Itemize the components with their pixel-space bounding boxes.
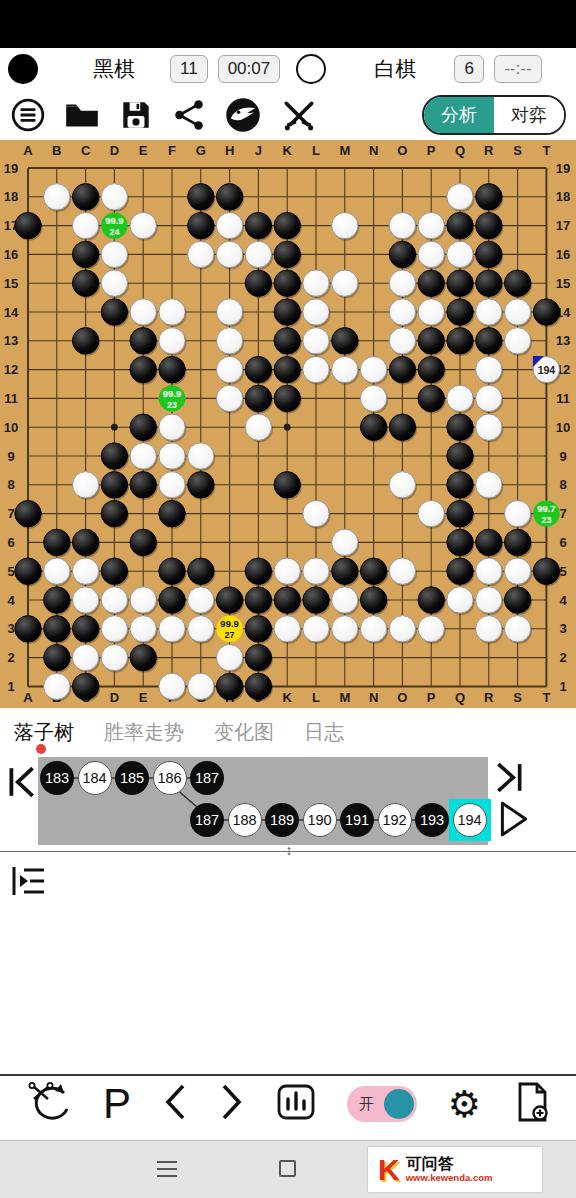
white-stone: [418, 212, 444, 238]
black-stone: [130, 356, 156, 382]
settings-gear-icon[interactable]: ⚙: [448, 1086, 481, 1123]
next-move-icon[interactable]: [219, 1082, 245, 1126]
white-stone: [101, 616, 127, 642]
black-stone: [389, 414, 415, 440]
black-stone: [447, 472, 473, 498]
coordinate-label: 1: [7, 679, 14, 694]
black-stone: [274, 328, 300, 354]
black-stone: [72, 184, 98, 210]
nav-menu-icon[interactable]: [155, 1158, 179, 1184]
black-stone: [72, 328, 98, 354]
black-stone: [476, 529, 502, 555]
white-stone: [130, 443, 156, 469]
move-tree-panel[interactable]: 183184185186187187188189190191192193194: [38, 757, 488, 845]
tree-node-188[interactable]: 188: [228, 803, 262, 837]
suggestion-visits: 23: [167, 400, 177, 410]
black-stone: [504, 270, 530, 296]
coordinate-label: J: [255, 143, 262, 158]
coordinate-label: D: [110, 143, 119, 158]
watermark-text: 可问答 www.kewenda.com: [406, 1155, 493, 1184]
white-stone: [332, 587, 358, 613]
coordinate-label: F: [168, 143, 176, 158]
tree-node-187[interactable]: 187: [190, 761, 224, 795]
white-stone: [72, 212, 98, 238]
white-stone: [101, 587, 127, 613]
white-stone: [159, 299, 185, 325]
white-stone: [101, 241, 127, 267]
white-stone: [303, 500, 329, 526]
white-stone: [418, 241, 444, 267]
white-stone: [389, 558, 415, 584]
suggestion-winrate: 99.9: [163, 388, 182, 399]
coordinate-label: K: [283, 690, 293, 705]
black-stone: [274, 385, 300, 411]
white-stone: [159, 414, 185, 440]
black-stone: [130, 472, 156, 498]
white-stone: [504, 328, 530, 354]
white-stone: [274, 616, 300, 642]
black-player-label: 黑棋: [93, 55, 135, 83]
white-stone: [130, 212, 156, 238]
black-stone: [188, 472, 214, 498]
coordinate-label: T: [542, 690, 550, 705]
main-toolbar: 分析 对弈: [0, 90, 576, 140]
tree-node-193[interactable]: 193: [415, 803, 449, 837]
white-stone: [504, 500, 530, 526]
black-stone: [130, 328, 156, 354]
tree-node-187[interactable]: 187: [190, 803, 224, 837]
coordinate-label: 11: [556, 391, 570, 406]
coordinate-label: M: [339, 690, 350, 705]
tree-node-192[interactable]: 192: [378, 803, 412, 837]
white-stone: [101, 270, 127, 296]
tree-node-191[interactable]: 191: [340, 803, 374, 837]
coordinate-label: 10: [556, 420, 570, 435]
white-stone: [101, 644, 127, 670]
white-stone: [101, 184, 127, 210]
white-stone: [504, 299, 530, 325]
black-stone: [245, 587, 271, 613]
black-stone: [15, 616, 41, 642]
white-stone: [245, 241, 271, 267]
black-stone: [101, 472, 127, 498]
coordinate-label: P: [427, 143, 436, 158]
black-stone: [216, 184, 242, 210]
tree-node-186[interactable]: 186: [153, 761, 187, 795]
black-stone: [418, 328, 444, 354]
white-stone: [188, 241, 214, 267]
coordinate-label: 6: [7, 535, 14, 550]
white-stone: [418, 616, 444, 642]
coordinate-label: H: [225, 143, 234, 158]
black-stone: [303, 587, 329, 613]
black-stone: [130, 414, 156, 440]
black-stone: [476, 212, 502, 238]
analysis-chart-icon[interactable]: [276, 1082, 316, 1126]
engine-eagle-icon[interactable]: [224, 96, 262, 134]
white-stone: [476, 558, 502, 584]
white-stone: [245, 414, 271, 440]
ai-toggle-switch[interactable]: 开: [347, 1086, 417, 1122]
bottom-toolbar: P 开 ⚙: [0, 1074, 576, 1132]
coordinate-label: 15: [4, 276, 18, 291]
black-stone: [274, 472, 300, 498]
black-stone: [44, 529, 70, 555]
toggle-on-label: 开: [359, 1095, 374, 1114]
white-stone: [447, 385, 473, 411]
white-stone: [72, 472, 98, 498]
coordinate-label: E: [139, 143, 148, 158]
white-stone: [418, 500, 444, 526]
black-stone: [245, 644, 271, 670]
analysis-tabs: 落子树胜率走势变化图日志: [0, 708, 576, 756]
black-stone: [476, 328, 502, 354]
watermark-badge: K 可问答 www.kewenda.com: [368, 1147, 542, 1192]
white-stone: [360, 616, 386, 642]
white-stone: [130, 616, 156, 642]
black-stone: [447, 212, 473, 238]
black-stone: [15, 212, 41, 238]
black-stone: [447, 529, 473, 555]
save-icon[interactable]: [118, 97, 154, 133]
white-stone: [216, 644, 242, 670]
coordinate-label: 19: [4, 161, 18, 176]
white-stone: [447, 184, 473, 210]
coordinate-label: E: [139, 690, 148, 705]
open-file-icon[interactable]: [63, 97, 101, 133]
black-stone: [245, 385, 271, 411]
white-stone: [389, 472, 415, 498]
black-stone: [418, 270, 444, 296]
coordinate-label: 3: [7, 621, 14, 636]
coordinate-label: S: [513, 690, 522, 705]
coordinate-label: S: [513, 143, 522, 158]
black-stone: [332, 328, 358, 354]
black-stone: [504, 529, 530, 555]
white-stone: [303, 299, 329, 325]
black-stone: [101, 299, 127, 325]
white-stone: [44, 673, 70, 699]
black-stone: [245, 616, 271, 642]
coordinate-label: 15: [556, 276, 570, 291]
black-stone: [101, 443, 127, 469]
white-stone: [447, 587, 473, 613]
star-point: [111, 424, 118, 431]
black-stone: [44, 587, 70, 613]
black-stone: [447, 414, 473, 440]
coordinate-label: 19: [556, 161, 570, 176]
white-stone: [476, 587, 502, 613]
black-stone: [245, 212, 271, 238]
coordinate-label: 18: [556, 189, 570, 204]
coordinate-label: R: [484, 143, 494, 158]
white-stone: [130, 299, 156, 325]
tree-node-185[interactable]: 185: [115, 761, 149, 795]
tree-node-189[interactable]: 189: [265, 803, 299, 837]
coordinate-label: O: [397, 690, 407, 705]
white-stone: [476, 356, 502, 382]
tab-4[interactable]: 日志: [304, 719, 344, 746]
notification-dot: [36, 744, 46, 754]
share-icon[interactable]: [171, 97, 207, 133]
suggestion-winrate: 99.7: [537, 503, 556, 514]
coordinate-label: 7: [559, 506, 566, 521]
coordinate-label: N: [369, 690, 378, 705]
white-stone: [360, 385, 386, 411]
black-stone: [159, 356, 185, 382]
white-stone: [44, 184, 70, 210]
tree-node-194[interactable]: 194: [453, 803, 487, 837]
coordinate-label: 13: [4, 333, 18, 348]
white-stone: [188, 587, 214, 613]
black-stone: [274, 587, 300, 613]
white-captures-badge: 6: [454, 55, 484, 83]
black-stone: [447, 558, 473, 584]
black-stone: [332, 558, 358, 584]
black-stone: [360, 414, 386, 440]
white-stone: [303, 558, 329, 584]
coordinate-label: 6: [559, 535, 566, 550]
coordinate-label: 12: [4, 362, 18, 377]
coordinate-label: D: [110, 690, 119, 705]
white-stone: [130, 587, 156, 613]
app-screen: 黑棋 11 00:07 白棋 6 --:-- 分析 对弈 AABBCCDDE: [0, 0, 576, 1198]
black-stone: [101, 558, 127, 584]
black-stone: [159, 587, 185, 613]
black-stone: [245, 356, 271, 382]
coordinate-label: Q: [455, 143, 465, 158]
coordinate-label: 2: [559, 650, 566, 665]
black-time-badge: 00:07: [218, 55, 281, 83]
coordinate-label: R: [484, 690, 494, 705]
coordinate-label: 9: [559, 449, 566, 464]
tab-analysis[interactable]: 分析: [424, 97, 494, 133]
coordinate-label: T: [542, 143, 550, 158]
black-stone: [159, 558, 185, 584]
white-stone: [303, 328, 329, 354]
pass-button[interactable]: P: [103, 1083, 131, 1125]
coordinate-label: 5: [7, 564, 14, 579]
black-stone: [274, 212, 300, 238]
coordinate-label: G: [196, 143, 206, 158]
white-player-label: 白棋: [374, 55, 416, 83]
white-stone: [332, 356, 358, 382]
coordinate-label: 17: [556, 218, 570, 233]
coordinate-label: 7: [7, 506, 14, 521]
coordinate-label: 10: [4, 420, 18, 435]
white-stone: [476, 299, 502, 325]
suggestion-winrate: 99.9: [105, 215, 124, 226]
black-stone: [274, 356, 300, 382]
white-stone: [303, 616, 329, 642]
black-stone: [389, 241, 415, 267]
black-stone: [476, 184, 502, 210]
move-list-icon[interactable]: [10, 864, 48, 902]
black-stone: [360, 558, 386, 584]
black-stone: [188, 212, 214, 238]
white-stone: [360, 356, 386, 382]
black-stone: [72, 616, 98, 642]
menu-icon[interactable]: [10, 97, 46, 133]
white-stone: [332, 212, 358, 238]
black-stone: [274, 270, 300, 296]
white-stone: [44, 558, 70, 584]
black-stone: [72, 241, 98, 267]
white-stone: [216, 385, 242, 411]
white-stone: [159, 328, 185, 354]
white-stone: [188, 673, 214, 699]
coordinate-label: 2: [7, 650, 14, 665]
coordinate-label: 4: [7, 593, 15, 608]
black-stone: [533, 299, 559, 325]
coordinate-label: A: [23, 143, 33, 158]
black-stone: [72, 673, 98, 699]
white-stone: [389, 328, 415, 354]
white-stone: [188, 616, 214, 642]
tree-node-184[interactable]: 184: [78, 761, 112, 795]
star-point: [284, 424, 291, 431]
white-stone: [504, 558, 530, 584]
white-stone: [476, 385, 502, 411]
white-stone: [476, 414, 502, 440]
white-stone: [476, 616, 502, 642]
white-stone: [332, 270, 358, 296]
black-stone: [447, 328, 473, 354]
white-stone: [159, 443, 185, 469]
coordinate-label: P: [427, 690, 436, 705]
white-stone: [188, 443, 214, 469]
white-stone: [332, 616, 358, 642]
coordinate-label: 16: [556, 247, 570, 262]
coordinate-label: 3: [559, 621, 566, 636]
white-stone: [389, 299, 415, 325]
go-board[interactable]: AABBCCDDEEFFGGHHJJKKLLMMNNOOPPQQRRSSTT19…: [0, 140, 576, 708]
black-stone: [476, 241, 502, 267]
export-file-icon[interactable]: [512, 1081, 552, 1127]
tab-3[interactable]: 变化图: [214, 719, 274, 746]
black-stone: [447, 299, 473, 325]
white-stone: [447, 241, 473, 267]
white-stone: [159, 673, 185, 699]
black-stone: [15, 558, 41, 584]
white-stone: [274, 558, 300, 584]
white-stone: [72, 644, 98, 670]
coordinate-label: K: [283, 143, 293, 158]
coordinate-label: 14: [4, 305, 19, 320]
black-stone: [188, 184, 214, 210]
black-stone: [418, 385, 444, 411]
black-stone: [15, 500, 41, 526]
black-stone: [274, 241, 300, 267]
black-stone: [418, 587, 444, 613]
last-move-number: 194: [538, 364, 556, 376]
white-stone: [72, 558, 98, 584]
white-stone-icon: [296, 54, 326, 84]
black-stone: [130, 644, 156, 670]
tree-node-190[interactable]: 190: [303, 803, 337, 837]
white-stone: [303, 356, 329, 382]
black-stone: [44, 644, 70, 670]
coordinate-label: 4: [559, 593, 567, 608]
white-stone: [332, 529, 358, 555]
black-stone: [245, 270, 271, 296]
undo-move-scissors-icon[interactable]: [24, 1079, 72, 1129]
watermark-logo: K: [378, 1153, 400, 1187]
black-stone: [504, 587, 530, 613]
black-stone: [44, 616, 70, 642]
white-stone: [389, 270, 415, 296]
coordinate-label: A: [23, 690, 33, 705]
splitter-drag-handle[interactable]: ↕: [278, 842, 300, 860]
white-stone: [216, 212, 242, 238]
black-stone: [72, 270, 98, 296]
tree-autoplay-icon[interactable]: [497, 800, 531, 842]
coordinate-label: 8: [559, 477, 566, 492]
status-bar: [0, 0, 576, 48]
play-match-swords-icon[interactable]: [279, 97, 319, 133]
black-stone: [476, 270, 502, 296]
black-stone: [447, 500, 473, 526]
black-stone: [418, 356, 444, 382]
black-captures-badge: 11: [170, 55, 208, 83]
tab-1[interactable]: 落子树: [14, 719, 74, 746]
toggle-knob: [384, 1089, 414, 1119]
tree-go-start-icon[interactable]: [6, 765, 38, 803]
coordinate-label: 11: [4, 391, 18, 406]
black-stone: [159, 500, 185, 526]
suggestion-winrate: 99.9: [220, 618, 239, 629]
suggestion-visits: 27: [225, 630, 235, 640]
black-stone: [245, 558, 271, 584]
coordinate-label: C: [81, 143, 91, 158]
coordinate-label: B: [52, 143, 61, 158]
white-stone: [303, 270, 329, 296]
coordinate-label: 16: [4, 247, 18, 262]
coordinate-label: L: [312, 143, 320, 158]
white-stone: [504, 616, 530, 642]
white-stone: [418, 299, 444, 325]
coordinate-label: L: [312, 690, 320, 705]
tree-go-end-icon[interactable]: [493, 762, 525, 798]
white-stone: [216, 356, 242, 382]
white-stone: [389, 616, 415, 642]
tree-node-183[interactable]: 183: [40, 761, 74, 795]
black-stone: [533, 558, 559, 584]
black-stone: [72, 529, 98, 555]
white-stone: [216, 241, 242, 267]
black-stone: [360, 587, 386, 613]
black-stone: [447, 443, 473, 469]
coordinate-label: 1: [559, 679, 566, 694]
nav-home-icon[interactable]: [279, 1160, 296, 1177]
black-stone: [274, 299, 300, 325]
white-stone: [216, 328, 242, 354]
black-stone: [216, 587, 242, 613]
prev-move-icon[interactable]: [162, 1082, 188, 1126]
white-stone: [389, 212, 415, 238]
white-stone: [72, 587, 98, 613]
white-stone: [216, 299, 242, 325]
white-stone: [159, 472, 185, 498]
coordinate-label: 8: [7, 477, 14, 492]
tab-play[interactable]: 对弈: [494, 97, 564, 133]
coordinate-label: O: [397, 143, 407, 158]
white-stone: [159, 616, 185, 642]
game-info-header: 黑棋 11 00:07 白棋 6 --:--: [0, 48, 576, 90]
black-stone: [188, 558, 214, 584]
coordinate-label: Q: [455, 690, 465, 705]
tab-2[interactable]: 胜率走势: [104, 719, 184, 746]
